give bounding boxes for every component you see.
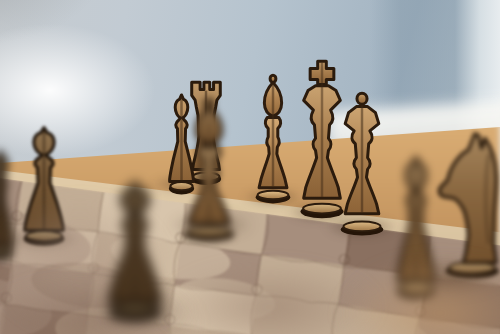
bishop-piece-silhouette [174,98,244,242]
piece-queen-center [334,92,390,238]
piece-bishop-blurred [174,98,244,242]
piece-pawn-foreground [96,178,174,326]
photo-stage [0,0,500,334]
queen-piece-silhouette [334,92,390,238]
bishop-piece-silhouette [249,74,297,204]
piece-bishop-center [249,74,297,204]
pawn-piece-silhouette [96,178,174,326]
